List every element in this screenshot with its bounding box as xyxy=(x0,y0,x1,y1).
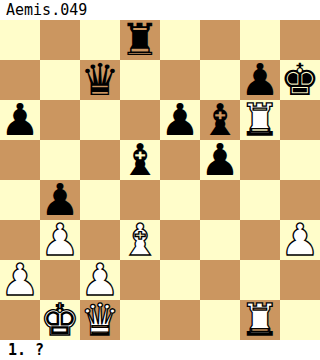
piece-black-bishop[interactable]: ♝ xyxy=(120,138,159,182)
square-h5[interactable] xyxy=(280,140,320,180)
square-e2[interactable] xyxy=(160,260,200,300)
piece-white-pawn[interactable]: ♟ xyxy=(0,258,39,302)
square-e1[interactable] xyxy=(160,300,200,340)
square-b1[interactable]: ♚ xyxy=(40,300,80,340)
piece-black-queen[interactable]: ♛ xyxy=(80,58,119,102)
square-c6[interactable] xyxy=(80,100,120,140)
square-a5[interactable] xyxy=(0,140,40,180)
square-a2[interactable]: ♟ xyxy=(0,260,40,300)
puzzle-title: Aemis.049 xyxy=(0,0,320,20)
square-a8[interactable] xyxy=(0,20,40,60)
piece-white-pawn[interactable]: ♟ xyxy=(280,218,319,262)
square-f2[interactable] xyxy=(200,260,240,300)
square-d1[interactable] xyxy=(120,300,160,340)
square-g6[interactable]: ♜ xyxy=(240,100,280,140)
square-d8[interactable]: ♜ xyxy=(120,20,160,60)
square-b3[interactable]: ♟ xyxy=(40,220,80,260)
square-b8[interactable] xyxy=(40,20,80,60)
square-f8[interactable] xyxy=(200,20,240,60)
piece-white-queen[interactable]: ♛ xyxy=(80,298,119,342)
square-f5[interactable]: ♟ xyxy=(200,140,240,180)
chess-puzzle-window: Aemis.049 ♜♛♟♚♟♟♝♜♝♟♟♟♝♟♟♟♚♛♜ 1. ? xyxy=(0,0,320,360)
square-h1[interactable] xyxy=(280,300,320,340)
square-h2[interactable] xyxy=(280,260,320,300)
square-f1[interactable] xyxy=(200,300,240,340)
piece-black-king[interactable]: ♚ xyxy=(280,58,319,102)
square-a1[interactable] xyxy=(0,300,40,340)
square-d5[interactable]: ♝ xyxy=(120,140,160,180)
square-e5[interactable] xyxy=(160,140,200,180)
square-d3[interactable]: ♝ xyxy=(120,220,160,260)
square-c5[interactable] xyxy=(80,140,120,180)
square-b6[interactable] xyxy=(40,100,80,140)
piece-white-pawn[interactable]: ♟ xyxy=(40,218,79,262)
piece-white-rook[interactable]: ♜ xyxy=(240,98,279,142)
piece-black-pawn[interactable]: ♟ xyxy=(0,98,39,142)
square-e8[interactable] xyxy=(160,20,200,60)
square-d2[interactable] xyxy=(120,260,160,300)
square-e3[interactable] xyxy=(160,220,200,260)
square-g1[interactable]: ♜ xyxy=(240,300,280,340)
piece-black-pawn[interactable]: ♟ xyxy=(200,138,239,182)
square-g3[interactable] xyxy=(240,220,280,260)
piece-white-bishop[interactable]: ♝ xyxy=(120,218,159,262)
piece-white-rook[interactable]: ♜ xyxy=(240,298,279,342)
square-d7[interactable] xyxy=(120,60,160,100)
square-e6[interactable]: ♟ xyxy=(160,100,200,140)
piece-black-rook[interactable]: ♜ xyxy=(120,18,159,62)
square-a6[interactable]: ♟ xyxy=(0,100,40,140)
square-h3[interactable]: ♟ xyxy=(280,220,320,260)
square-h7[interactable]: ♚ xyxy=(280,60,320,100)
piece-black-pawn[interactable]: ♟ xyxy=(160,98,199,142)
square-f3[interactable] xyxy=(200,220,240,260)
square-e4[interactable] xyxy=(160,180,200,220)
piece-white-king[interactable]: ♚ xyxy=(40,298,79,342)
square-f4[interactable] xyxy=(200,180,240,220)
square-c4[interactable] xyxy=(80,180,120,220)
square-h6[interactable] xyxy=(280,100,320,140)
square-b7[interactable] xyxy=(40,60,80,100)
chess-board: ♜♛♟♚♟♟♝♜♝♟♟♟♝♟♟♟♚♛♜ xyxy=(0,20,320,340)
square-c1[interactable]: ♛ xyxy=(80,300,120,340)
square-g4[interactable] xyxy=(240,180,280,220)
square-g5[interactable] xyxy=(240,140,280,180)
square-a4[interactable] xyxy=(0,180,40,220)
square-c7[interactable]: ♛ xyxy=(80,60,120,100)
